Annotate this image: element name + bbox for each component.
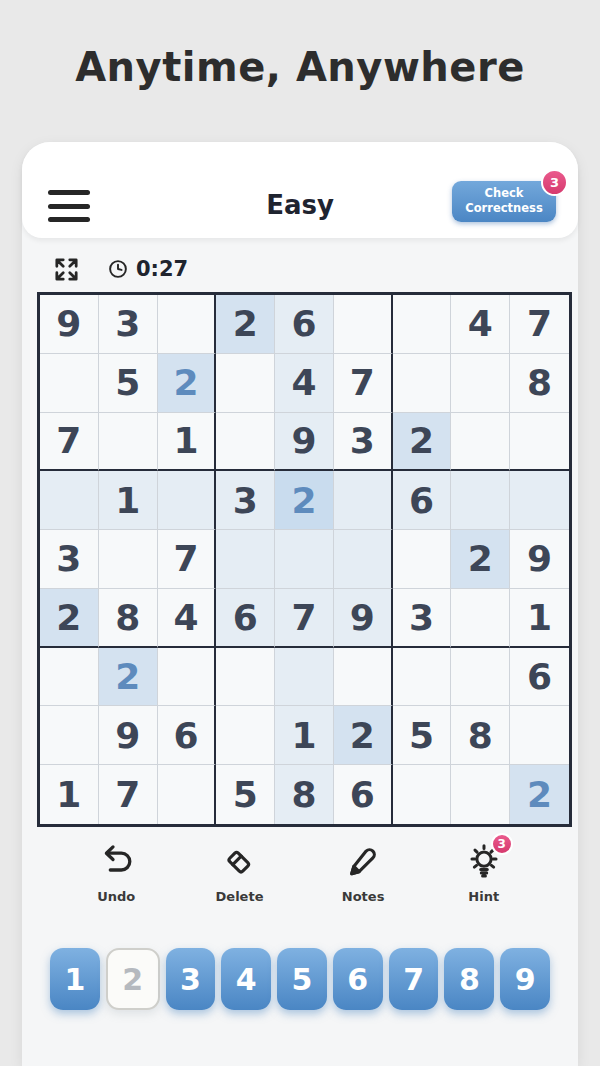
- delete-label: Delete: [216, 889, 264, 904]
- cell-r1c8[interactable]: 4: [451, 295, 510, 354]
- undo-button[interactable]: Undo: [95, 840, 137, 930]
- cell-r3c1[interactable]: 7: [40, 413, 99, 472]
- cell-r3c3[interactable]: 1: [158, 413, 217, 472]
- cell-r2c2[interactable]: 5: [99, 354, 158, 413]
- cell-r9c7[interactable]: [393, 765, 452, 824]
- hint-button[interactable]: 3 Hint: [463, 840, 505, 930]
- cell-r4c8[interactable]: [451, 471, 510, 530]
- game-card: Easy Check Correctness 3 0:27 9326475247…: [22, 142, 578, 1066]
- hamburger-menu-icon[interactable]: [48, 190, 90, 222]
- cell-r4c4[interactable]: 3: [216, 471, 275, 530]
- numpad-key-5[interactable]: 5: [277, 948, 327, 1010]
- cell-r9c5[interactable]: 8: [275, 765, 334, 824]
- cell-r2c1[interactable]: [40, 354, 99, 413]
- cell-r6c7[interactable]: 3: [393, 589, 452, 648]
- cell-r9c4[interactable]: 5: [216, 765, 275, 824]
- cell-r2c6[interactable]: 7: [334, 354, 393, 413]
- cell-r5c1[interactable]: 3: [40, 530, 99, 589]
- expand-icon: [52, 255, 81, 284]
- check-count-badge: 3: [541, 169, 568, 196]
- cell-r3c4[interactable]: [216, 413, 275, 472]
- numpad-key-7[interactable]: 7: [389, 948, 439, 1010]
- cell-r5c8[interactable]: 2: [451, 530, 510, 589]
- cell-r6c4[interactable]: 6: [216, 589, 275, 648]
- cell-r1c6[interactable]: [334, 295, 393, 354]
- fullscreen-button[interactable]: [52, 255, 81, 284]
- cell-r6c5[interactable]: 7: [275, 589, 334, 648]
- cell-r2c4[interactable]: [216, 354, 275, 413]
- check-correctness-button[interactable]: Check Correctness 3: [452, 181, 556, 222]
- timer-value: 0:27: [136, 257, 188, 281]
- cell-r8c2[interactable]: 9: [99, 706, 158, 765]
- cell-r1c9[interactable]: 7: [510, 295, 569, 354]
- cell-r1c3[interactable]: [158, 295, 217, 354]
- cell-r7c9[interactable]: 6: [510, 648, 569, 707]
- undo-label: Undo: [97, 889, 135, 904]
- cell-r8c6[interactable]: 2: [334, 706, 393, 765]
- cell-r5c9[interactable]: 9: [510, 530, 569, 589]
- cell-r7c3[interactable]: [158, 648, 217, 707]
- cell-r4c7[interactable]: 6: [393, 471, 452, 530]
- cell-r3c6[interactable]: 3: [334, 413, 393, 472]
- cell-r2c9[interactable]: 8: [510, 354, 569, 413]
- numpad-key-9[interactable]: 9: [500, 948, 550, 1010]
- cell-r4c5[interactable]: 2: [275, 471, 334, 530]
- cell-r6c9[interactable]: 1: [510, 589, 569, 648]
- cell-r7c7[interactable]: [393, 648, 452, 707]
- delete-button[interactable]: Delete: [216, 840, 264, 930]
- cell-r6c1[interactable]: 2: [40, 589, 99, 648]
- cell-r8c9[interactable]: [510, 706, 569, 765]
- cell-r1c1[interactable]: 9: [40, 295, 99, 354]
- cell-r8c1[interactable]: [40, 706, 99, 765]
- cell-r7c4[interactable]: [216, 648, 275, 707]
- cell-r6c8[interactable]: [451, 589, 510, 648]
- header-bar: Easy Check Correctness 3: [22, 142, 578, 238]
- check-button-line2: Correctness: [458, 201, 550, 217]
- cell-r1c5[interactable]: 6: [275, 295, 334, 354]
- hint-label: Hint: [468, 889, 499, 904]
- difficulty-label: Easy: [266, 190, 334, 220]
- cell-r6c3[interactable]: 4: [158, 589, 217, 648]
- cell-r2c5[interactable]: 4: [275, 354, 334, 413]
- cell-r5c7[interactable]: [393, 530, 452, 589]
- cell-r8c4[interactable]: [216, 706, 275, 765]
- cell-r2c3[interactable]: 2: [158, 354, 217, 413]
- cell-r5c6[interactable]: [334, 530, 393, 589]
- page-title: Anytime, Anywhere: [0, 44, 600, 90]
- cell-r4c6[interactable]: [334, 471, 393, 530]
- timer: 0:27: [107, 257, 188, 281]
- cell-r9c1[interactable]: 1: [40, 765, 99, 824]
- cell-r6c2[interactable]: 8: [99, 589, 158, 648]
- cell-r9c8[interactable]: [451, 765, 510, 824]
- cell-r3c5[interactable]: 9: [275, 413, 334, 472]
- cell-r1c2[interactable]: 3: [99, 295, 158, 354]
- cell-r4c3[interactable]: [158, 471, 217, 530]
- cell-r7c2[interactable]: 2: [99, 648, 158, 707]
- cell-r7c1[interactable]: [40, 648, 99, 707]
- cell-r1c4[interactable]: 2: [216, 295, 275, 354]
- clock-icon: [107, 258, 129, 280]
- cell-r7c6[interactable]: [334, 648, 393, 707]
- cell-r3c7[interactable]: 2: [393, 413, 452, 472]
- cell-r4c2[interactable]: 1: [99, 471, 158, 530]
- number-pad: 123456789: [50, 948, 550, 1010]
- numpad-key-4[interactable]: 4: [221, 948, 271, 1010]
- cell-r9c9[interactable]: 2: [510, 765, 569, 824]
- pencil-icon: [345, 843, 381, 879]
- cell-r3c2[interactable]: [99, 413, 158, 472]
- hint-count-badge: 3: [491, 833, 513, 855]
- numpad-key-3[interactable]: 3: [166, 948, 216, 1010]
- cell-r3c8[interactable]: [451, 413, 510, 472]
- cell-r6c6[interactable]: 9: [334, 589, 393, 648]
- cell-r3c9[interactable]: [510, 413, 569, 472]
- cell-r8c8[interactable]: 8: [451, 706, 510, 765]
- cell-r8c3[interactable]: 6: [158, 706, 217, 765]
- cell-r2c8[interactable]: [451, 354, 510, 413]
- cell-r9c2[interactable]: 7: [99, 765, 158, 824]
- undo-icon: [98, 843, 134, 879]
- cell-r7c8[interactable]: [451, 648, 510, 707]
- numpad-key-2[interactable]: 2: [106, 948, 160, 1010]
- cell-r2c7[interactable]: [393, 354, 452, 413]
- cell-r7c5[interactable]: [275, 648, 334, 707]
- notes-label: Notes: [342, 889, 385, 904]
- cell-r4c1[interactable]: [40, 471, 99, 530]
- cell-r4c9[interactable]: [510, 471, 569, 530]
- cell-r5c3[interactable]: 7: [158, 530, 217, 589]
- numpad-key-8[interactable]: 8: [444, 948, 494, 1010]
- toolbar: Undo Delete Notes: [22, 840, 578, 930]
- status-row: 0:27: [52, 248, 548, 290]
- cell-r5c5[interactable]: [275, 530, 334, 589]
- eraser-icon: [221, 843, 257, 879]
- sudoku-board: 9326475247871932132637292846793126961258…: [37, 292, 572, 827]
- numpad-key-6[interactable]: 6: [333, 948, 383, 1010]
- cell-r1c7[interactable]: [393, 295, 452, 354]
- numpad-key-1[interactable]: 1: [50, 948, 100, 1010]
- cell-r5c4[interactable]: [216, 530, 275, 589]
- cell-r9c6[interactable]: 6: [334, 765, 393, 824]
- cell-r9c3[interactable]: [158, 765, 217, 824]
- cell-r8c5[interactable]: 1: [275, 706, 334, 765]
- cell-r8c7[interactable]: 5: [393, 706, 452, 765]
- notes-button[interactable]: Notes: [342, 840, 385, 930]
- cell-r5c2[interactable]: [99, 530, 158, 589]
- check-button-line1: Check: [458, 186, 550, 202]
